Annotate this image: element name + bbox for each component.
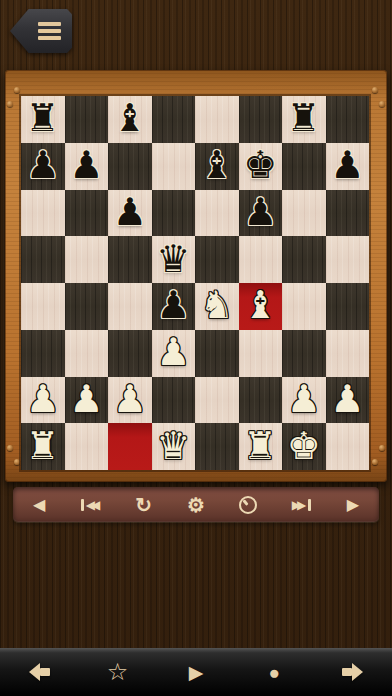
record-dot-icon: ● bbox=[269, 663, 280, 682]
square-a5[interactable] bbox=[21, 236, 65, 283]
board-frame: ♜♝♜♟♟♝♚♟♟♟♛♟♞♝♟♟♟♟♟♟♜♛♜♚ bbox=[5, 70, 387, 482]
piece-white-queen-d1[interactable]: ♛ bbox=[156, 427, 190, 465]
piece-white-pawn-b2[interactable]: ♟ bbox=[69, 380, 103, 418]
step-forward-icon: ▶ bbox=[347, 497, 359, 513]
square-g5[interactable] bbox=[282, 236, 326, 283]
play-button[interactable]: ▶ bbox=[176, 648, 216, 696]
piece-black-pawn-a7[interactable]: ♟ bbox=[26, 146, 60, 184]
record-button[interactable]: ● bbox=[254, 648, 294, 696]
square-e6[interactable] bbox=[195, 190, 239, 237]
piece-black-queen-d5[interactable]: ♛ bbox=[156, 240, 190, 278]
piece-white-rook-a1[interactable]: ♜ bbox=[26, 427, 60, 465]
arrow-left-icon bbox=[29, 663, 50, 681]
flip-board-button[interactable]: ↻ bbox=[130, 487, 158, 522]
piece-black-pawn-h7[interactable]: ♟ bbox=[330, 146, 364, 184]
square-g2[interactable]: ♟ bbox=[282, 377, 326, 424]
skip-to-start-icon: ◀◀ bbox=[81, 499, 102, 511]
chess-board[interactable]: ♜♝♜♟♟♝♚♟♟♟♛♟♞♝♟♟♟♟♟♟♜♛♜♚ bbox=[21, 96, 369, 470]
settings-button[interactable]: ⚙ bbox=[182, 487, 210, 522]
step-forward-button[interactable]: ▶ bbox=[339, 487, 367, 522]
brass-screw bbox=[14, 87, 20, 93]
square-a2[interactable]: ♟ bbox=[21, 377, 65, 424]
square-h6[interactable] bbox=[326, 190, 370, 237]
piece-white-pawn-h2[interactable]: ♟ bbox=[330, 380, 364, 418]
piece-black-rook-g8[interactable]: ♜ bbox=[287, 99, 321, 137]
square-b6[interactable] bbox=[65, 190, 109, 237]
piece-white-pawn-c2[interactable]: ♟ bbox=[113, 380, 147, 418]
square-g8[interactable]: ♜ bbox=[282, 96, 326, 143]
square-a4[interactable] bbox=[21, 283, 65, 330]
square-g6[interactable] bbox=[282, 190, 326, 237]
gear-icon: ⚙ bbox=[187, 495, 205, 515]
square-f3[interactable] bbox=[239, 330, 283, 377]
playback-toolbar: ◀◀◀↻⚙▶▶▶ bbox=[13, 487, 379, 522]
square-b8[interactable] bbox=[65, 96, 109, 143]
square-c5[interactable] bbox=[108, 236, 152, 283]
piece-white-knight-e4[interactable]: ♞ bbox=[200, 286, 234, 324]
square-e1[interactable] bbox=[195, 423, 239, 470]
brass-screw bbox=[372, 459, 378, 465]
brass-screw bbox=[379, 445, 385, 451]
menu-button-tag bbox=[10, 9, 72, 53]
square-h1[interactable] bbox=[326, 423, 370, 470]
square-c8[interactable]: ♝ bbox=[108, 96, 152, 143]
square-b7[interactable]: ♟ bbox=[65, 143, 109, 190]
square-g3[interactable] bbox=[282, 330, 326, 377]
play-icon: ▶ bbox=[189, 663, 204, 682]
arrow-right-icon bbox=[342, 663, 363, 681]
step-back-button[interactable]: ◀ bbox=[25, 487, 53, 522]
square-b5[interactable] bbox=[65, 236, 109, 283]
favorite-button[interactable]: ☆ bbox=[98, 648, 138, 696]
piece-white-bishop-f4[interactable]: ♝ bbox=[243, 286, 277, 324]
square-b1[interactable] bbox=[65, 423, 109, 470]
square-c4[interactable] bbox=[108, 283, 152, 330]
square-a1[interactable]: ♜ bbox=[21, 423, 65, 470]
piece-black-pawn-f6[interactable]: ♟ bbox=[243, 193, 277, 231]
square-b4[interactable] bbox=[65, 283, 109, 330]
square-d1[interactable]: ♛ bbox=[152, 423, 196, 470]
square-h8[interactable] bbox=[326, 96, 370, 143]
chess-app-screen: { "game": "chess", "position": { "fen": … bbox=[0, 0, 392, 696]
square-d4[interactable]: ♟ bbox=[152, 283, 196, 330]
square-f4[interactable]: ♝ bbox=[239, 283, 283, 330]
square-e5[interactable] bbox=[195, 236, 239, 283]
back-button[interactable] bbox=[19, 648, 59, 696]
square-h4[interactable] bbox=[326, 283, 370, 330]
star-icon: ☆ bbox=[107, 660, 129, 684]
brass-screw bbox=[7, 445, 13, 451]
skip-to-start-button[interactable]: ◀◀ bbox=[77, 487, 105, 522]
square-a6[interactable] bbox=[21, 190, 65, 237]
step-back-icon: ◀ bbox=[33, 497, 45, 513]
square-f5[interactable] bbox=[239, 236, 283, 283]
piece-black-bishop-e7[interactable]: ♝ bbox=[200, 146, 234, 184]
square-c3[interactable] bbox=[108, 330, 152, 377]
piece-white-pawn-g2[interactable]: ♟ bbox=[287, 380, 321, 418]
piece-black-rook-a8[interactable]: ♜ bbox=[26, 99, 60, 137]
brass-screw bbox=[379, 101, 385, 107]
square-d3[interactable]: ♟ bbox=[152, 330, 196, 377]
square-h3[interactable] bbox=[326, 330, 370, 377]
square-f8[interactable] bbox=[239, 96, 283, 143]
square-c1[interactable] bbox=[108, 423, 152, 470]
square-g4[interactable] bbox=[282, 283, 326, 330]
piece-black-pawn-b7[interactable]: ♟ bbox=[69, 146, 103, 184]
square-g1[interactable]: ♚ bbox=[282, 423, 326, 470]
skip-to-end-icon: ▶▶ bbox=[290, 499, 311, 511]
brass-screw bbox=[372, 87, 378, 93]
square-h5[interactable] bbox=[326, 236, 370, 283]
engine-gauge-button[interactable] bbox=[234, 487, 262, 522]
square-e8[interactable] bbox=[195, 96, 239, 143]
square-g7[interactable] bbox=[282, 143, 326, 190]
square-e3[interactable] bbox=[195, 330, 239, 377]
square-e4[interactable]: ♞ bbox=[195, 283, 239, 330]
piece-black-pawn-d4[interactable]: ♟ bbox=[156, 286, 190, 324]
square-b3[interactable] bbox=[65, 330, 109, 377]
piece-black-bishop-c8[interactable]: ♝ bbox=[113, 99, 147, 137]
menu-button[interactable] bbox=[10, 9, 72, 53]
rotate-icon: ↻ bbox=[135, 495, 152, 515]
square-c2[interactable]: ♟ bbox=[108, 377, 152, 424]
square-f2[interactable] bbox=[239, 377, 283, 424]
square-h2[interactable]: ♟ bbox=[326, 377, 370, 424]
square-c7[interactable] bbox=[108, 143, 152, 190]
gauge-icon bbox=[239, 496, 257, 514]
square-a8[interactable]: ♜ bbox=[21, 96, 65, 143]
brass-screw bbox=[14, 459, 20, 465]
square-f6[interactable]: ♟ bbox=[239, 190, 283, 237]
piece-white-pawn-d3[interactable]: ♟ bbox=[156, 333, 190, 371]
square-d5[interactable]: ♛ bbox=[152, 236, 196, 283]
square-f7[interactable]: ♚ bbox=[239, 143, 283, 190]
piece-black-pawn-c6[interactable]: ♟ bbox=[113, 193, 147, 231]
square-d6[interactable] bbox=[152, 190, 196, 237]
square-a3[interactable] bbox=[21, 330, 65, 377]
square-h7[interactable]: ♟ bbox=[326, 143, 370, 190]
piece-white-king-g1[interactable]: ♚ bbox=[287, 427, 321, 465]
hamburger-menu-icon bbox=[38, 22, 61, 40]
square-f1[interactable]: ♜ bbox=[239, 423, 283, 470]
square-d2[interactable] bbox=[152, 377, 196, 424]
bottom-nav-bar: ☆▶● bbox=[0, 648, 392, 696]
piece-black-king-f7[interactable]: ♚ bbox=[243, 146, 277, 184]
piece-white-pawn-a2[interactable]: ♟ bbox=[26, 380, 60, 418]
square-e2[interactable] bbox=[195, 377, 239, 424]
forward-button[interactable] bbox=[333, 648, 373, 696]
brass-screw bbox=[7, 101, 13, 107]
square-a7[interactable]: ♟ bbox=[21, 143, 65, 190]
square-d8[interactable] bbox=[152, 96, 196, 143]
skip-to-end-button[interactable]: ▶▶ bbox=[287, 487, 315, 522]
square-b2[interactable]: ♟ bbox=[65, 377, 109, 424]
piece-white-rook-f1[interactable]: ♜ bbox=[243, 427, 277, 465]
square-c6[interactable]: ♟ bbox=[108, 190, 152, 237]
square-e7[interactable]: ♝ bbox=[195, 143, 239, 190]
square-d7[interactable] bbox=[152, 143, 196, 190]
